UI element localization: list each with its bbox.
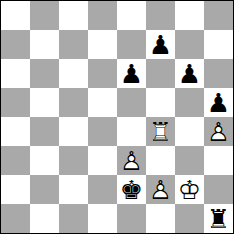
square-d3[interactable] bbox=[88, 146, 117, 175]
square-b5[interactable] bbox=[30, 88, 59, 117]
square-e3[interactable]: ♟♙ bbox=[117, 146, 146, 175]
square-f5[interactable] bbox=[146, 88, 175, 117]
square-c3[interactable] bbox=[59, 146, 88, 175]
piece-black-rook: ♜ bbox=[204, 204, 233, 233]
square-f3[interactable] bbox=[146, 146, 175, 175]
square-b8[interactable] bbox=[30, 1, 59, 30]
square-h4[interactable]: ♟♙ bbox=[204, 117, 233, 146]
square-d6[interactable] bbox=[88, 59, 117, 88]
square-f8[interactable] bbox=[146, 1, 175, 30]
piece-white-rook: ♖ bbox=[146, 117, 175, 146]
square-c4[interactable] bbox=[59, 117, 88, 146]
square-g1[interactable] bbox=[175, 204, 204, 233]
square-h3[interactable] bbox=[204, 146, 233, 175]
chess-board: ♟♟♟♟♜♖♟♙♟♙♚♟♙♚♔♜ bbox=[1, 1, 233, 233]
piece-black-king: ♚ bbox=[117, 175, 146, 204]
square-c7[interactable] bbox=[59, 30, 88, 59]
square-d1[interactable] bbox=[88, 204, 117, 233]
square-d4[interactable] bbox=[88, 117, 117, 146]
square-e8[interactable] bbox=[117, 1, 146, 30]
square-a8[interactable] bbox=[1, 1, 30, 30]
square-c2[interactable] bbox=[59, 175, 88, 204]
piece-fill-white-pawn: ♟ bbox=[146, 175, 175, 204]
piece-black-pawn: ♟ bbox=[204, 88, 233, 117]
square-f6[interactable] bbox=[146, 59, 175, 88]
piece-fill-white-pawn: ♟ bbox=[117, 146, 146, 175]
piece-white-king: ♔ bbox=[175, 175, 204, 204]
square-g3[interactable] bbox=[175, 146, 204, 175]
square-d7[interactable] bbox=[88, 30, 117, 59]
piece-black-pawn: ♟ bbox=[117, 59, 146, 88]
square-b3[interactable] bbox=[30, 146, 59, 175]
square-b2[interactable] bbox=[30, 175, 59, 204]
square-g4[interactable] bbox=[175, 117, 204, 146]
square-c8[interactable] bbox=[59, 1, 88, 30]
square-f2[interactable]: ♟♙ bbox=[146, 175, 175, 204]
square-c6[interactable] bbox=[59, 59, 88, 88]
square-d2[interactable] bbox=[88, 175, 117, 204]
square-h7[interactable] bbox=[204, 30, 233, 59]
square-a5[interactable] bbox=[1, 88, 30, 117]
square-e2[interactable]: ♚ bbox=[117, 175, 146, 204]
square-b7[interactable] bbox=[30, 30, 59, 59]
square-b1[interactable] bbox=[30, 204, 59, 233]
piece-fill-white-rook: ♜ bbox=[146, 117, 175, 146]
square-h5[interactable]: ♟ bbox=[204, 88, 233, 117]
square-a2[interactable] bbox=[1, 175, 30, 204]
square-d5[interactable] bbox=[88, 88, 117, 117]
square-f7[interactable]: ♟ bbox=[146, 30, 175, 59]
square-h2[interactable] bbox=[204, 175, 233, 204]
square-g7[interactable] bbox=[175, 30, 204, 59]
square-f4[interactable]: ♜♖ bbox=[146, 117, 175, 146]
square-d8[interactable] bbox=[88, 1, 117, 30]
square-c1[interactable] bbox=[59, 204, 88, 233]
square-f1[interactable] bbox=[146, 204, 175, 233]
square-e4[interactable] bbox=[117, 117, 146, 146]
square-c5[interactable] bbox=[59, 88, 88, 117]
piece-fill-white-king: ♚ bbox=[175, 175, 204, 204]
square-a6[interactable] bbox=[1, 59, 30, 88]
square-e7[interactable] bbox=[117, 30, 146, 59]
square-g5[interactable] bbox=[175, 88, 204, 117]
piece-white-pawn: ♙ bbox=[204, 117, 233, 146]
square-h1[interactable]: ♜ bbox=[204, 204, 233, 233]
square-b4[interactable] bbox=[30, 117, 59, 146]
square-e1[interactable] bbox=[117, 204, 146, 233]
square-a1[interactable] bbox=[1, 204, 30, 233]
square-a7[interactable] bbox=[1, 30, 30, 59]
square-a3[interactable] bbox=[1, 146, 30, 175]
square-g8[interactable] bbox=[175, 1, 204, 30]
square-e6[interactable]: ♟ bbox=[117, 59, 146, 88]
square-g2[interactable]: ♚♔ bbox=[175, 175, 204, 204]
piece-black-pawn: ♟ bbox=[175, 59, 204, 88]
piece-fill-white-pawn: ♟ bbox=[204, 117, 233, 146]
square-a4[interactable] bbox=[1, 117, 30, 146]
square-g6[interactable]: ♟ bbox=[175, 59, 204, 88]
chess-board-frame: ♟♟♟♟♜♖♟♙♟♙♚♟♙♚♔♜ bbox=[0, 0, 234, 234]
square-h8[interactable] bbox=[204, 1, 233, 30]
square-h6[interactable] bbox=[204, 59, 233, 88]
piece-black-pawn: ♟ bbox=[146, 30, 175, 59]
piece-white-pawn: ♙ bbox=[117, 146, 146, 175]
piece-white-pawn: ♙ bbox=[146, 175, 175, 204]
square-e5[interactable] bbox=[117, 88, 146, 117]
square-b6[interactable] bbox=[30, 59, 59, 88]
